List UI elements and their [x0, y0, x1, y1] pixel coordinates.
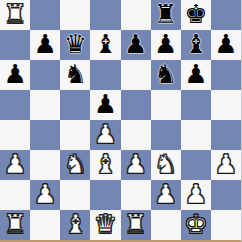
square-b6[interactable] [30, 60, 60, 90]
piece-black-knight-c6[interactable]: ♞ [64, 59, 87, 89]
square-a3[interactable]: ♟ [0, 150, 30, 180]
square-g2[interactable]: ♟ [181, 180, 211, 210]
piece-white-bishop-d3[interactable]: ♝ [94, 149, 117, 179]
piece-white-king-g1[interactable]: ♚ [184, 209, 207, 239]
square-a7[interactable] [0, 30, 30, 60]
square-g6[interactable]: ♟ [181, 60, 211, 90]
piece-white-rook-e1[interactable]: ♜ [124, 209, 147, 239]
square-b2[interactable]: ♟ [30, 180, 60, 210]
square-d3[interactable]: ♝ [90, 150, 120, 180]
square-b5[interactable] [30, 90, 60, 120]
piece-white-pawn-e3[interactable]: ♟ [124, 149, 147, 179]
square-e8[interactable] [121, 0, 151, 30]
square-f7[interactable]: ♟ [151, 30, 181, 60]
square-h6[interactable] [211, 60, 241, 90]
square-h8[interactable] [211, 0, 241, 30]
piece-white-knight-f3[interactable]: ♞ [154, 149, 177, 179]
square-h2[interactable] [211, 180, 241, 210]
square-c6[interactable]: ♞ [60, 60, 90, 90]
square-b4[interactable] [30, 120, 60, 150]
piece-white-pawn-b2[interactable]: ♟ [34, 179, 57, 209]
square-h5[interactable] [211, 90, 241, 120]
chess-board: ♜♜♚♟♛♝♟♟♝♟♟♞♞♟♟♟♟♞♝♟♞♟♟♟♟♜♝♛♜♚ [0, 0, 242, 242]
piece-black-king-g8[interactable]: ♚ [184, 0, 207, 29]
piece-white-pawn-f2[interactable]: ♟ [154, 179, 177, 209]
square-e3[interactable]: ♟ [121, 150, 151, 180]
square-f2[interactable]: ♟ [151, 180, 181, 210]
piece-black-rook-f8[interactable]: ♜ [154, 0, 177, 29]
square-d6[interactable] [90, 60, 120, 90]
square-f8[interactable]: ♜ [151, 0, 181, 30]
square-a2[interactable] [0, 180, 30, 210]
square-e7[interactable]: ♟ [121, 30, 151, 60]
square-b3[interactable] [30, 150, 60, 180]
square-g8[interactable]: ♚ [181, 0, 211, 30]
piece-white-pawn-g2[interactable]: ♟ [184, 179, 207, 209]
square-a6[interactable]: ♟ [0, 60, 30, 90]
piece-black-pawn-a6[interactable]: ♟ [3, 59, 26, 89]
square-g3[interactable] [181, 150, 211, 180]
square-b8[interactable] [30, 0, 60, 30]
piece-black-knight-f6[interactable]: ♞ [154, 59, 177, 89]
piece-white-queen-d1[interactable]: ♛ [94, 209, 117, 239]
square-c4[interactable] [60, 120, 90, 150]
piece-white-bishop-c1[interactable]: ♝ [64, 209, 87, 239]
square-g5[interactable] [181, 90, 211, 120]
piece-black-pawn-b7[interactable]: ♟ [34, 29, 57, 59]
square-b1[interactable] [30, 210, 60, 240]
piece-white-pawn-a3[interactable]: ♟ [3, 149, 26, 179]
piece-white-pawn-d4[interactable]: ♟ [94, 119, 117, 149]
square-f5[interactable] [151, 90, 181, 120]
square-c8[interactable] [60, 0, 90, 30]
square-c3[interactable]: ♞ [60, 150, 90, 180]
square-h3[interactable]: ♟ [211, 150, 241, 180]
piece-black-bishop-d7[interactable]: ♝ [94, 29, 117, 59]
square-d1[interactable]: ♛ [90, 210, 120, 240]
square-a5[interactable] [0, 90, 30, 120]
square-c2[interactable] [60, 180, 90, 210]
square-e1[interactable]: ♜ [121, 210, 151, 240]
piece-white-knight-c3[interactable]: ♞ [64, 149, 87, 179]
piece-black-pawn-g6[interactable]: ♟ [184, 59, 207, 89]
square-d4[interactable]: ♟ [90, 120, 120, 150]
square-d7[interactable]: ♝ [90, 30, 120, 60]
square-h1[interactable] [211, 210, 241, 240]
square-g1[interactable]: ♚ [181, 210, 211, 240]
piece-black-queen-c7[interactable]: ♛ [64, 29, 87, 59]
square-c5[interactable] [60, 90, 90, 120]
square-e2[interactable] [121, 180, 151, 210]
piece-black-bishop-g7[interactable]: ♝ [184, 29, 207, 59]
square-g4[interactable] [181, 120, 211, 150]
square-d8[interactable] [90, 0, 120, 30]
piece-white-rook-a1[interactable]: ♜ [3, 209, 26, 239]
square-a4[interactable] [0, 120, 30, 150]
square-e4[interactable] [121, 120, 151, 150]
piece-white-rook-a8[interactable]: ♜ [3, 0, 26, 29]
square-a1[interactable]: ♜ [0, 210, 30, 240]
piece-black-pawn-f7[interactable]: ♟ [154, 29, 177, 59]
square-d5[interactable]: ♟ [90, 90, 120, 120]
square-c1[interactable]: ♝ [60, 210, 90, 240]
square-b7[interactable]: ♟ [30, 30, 60, 60]
square-f6[interactable]: ♞ [151, 60, 181, 90]
square-f1[interactable] [151, 210, 181, 240]
square-g7[interactable]: ♝ [181, 30, 211, 60]
piece-black-pawn-h7[interactable]: ♟ [214, 29, 237, 59]
square-d2[interactable] [90, 180, 120, 210]
square-c7[interactable]: ♛ [60, 30, 90, 60]
square-e6[interactable] [121, 60, 151, 90]
square-h4[interactable] [211, 120, 241, 150]
square-h7[interactable]: ♟ [211, 30, 241, 60]
square-e5[interactable] [121, 90, 151, 120]
square-a8[interactable]: ♜ [0, 0, 30, 30]
piece-white-pawn-h3[interactable]: ♟ [214, 149, 237, 179]
piece-black-pawn-e7[interactable]: ♟ [124, 29, 147, 59]
square-f3[interactable]: ♞ [151, 150, 181, 180]
square-f4[interactable] [151, 120, 181, 150]
piece-black-pawn-d5[interactable]: ♟ [94, 89, 117, 119]
